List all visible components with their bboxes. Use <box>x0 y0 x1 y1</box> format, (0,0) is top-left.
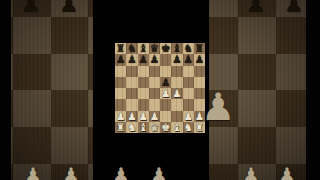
piece-white-bishop[interactable]: ♝ <box>138 122 149 133</box>
square-d1[interactable]: ♛ <box>149 122 160 133</box>
black-pawn-icon: ♟ <box>247 0 266 16</box>
piece-white-king[interactable]: ♚ <box>160 122 171 133</box>
piece-white-pawn[interactable]: ♟ <box>160 88 171 99</box>
square-a8[interactable]: ♜ <box>115 43 126 54</box>
square-a4[interactable] <box>115 88 126 99</box>
piece-white-pawn[interactable]: ♟ <box>126 111 137 122</box>
white-pawn-icon: ♟ <box>112 165 130 180</box>
square-b2[interactable]: ♟ <box>126 111 137 122</box>
square-c1[interactable]: ♝ <box>138 122 149 133</box>
square-c5[interactable] <box>138 77 149 88</box>
square-b1[interactable]: ♞ <box>126 122 137 133</box>
square-a2[interactable]: ♟ <box>115 111 126 122</box>
square-c7[interactable]: ♟ <box>138 54 149 65</box>
square-g4[interactable] <box>183 88 194 99</box>
square-e7[interactable] <box>160 54 171 65</box>
square-a3[interactable] <box>115 99 126 110</box>
piece-black-rook[interactable]: ♜ <box>194 43 205 54</box>
square-a7[interactable]: ♟ <box>115 54 126 65</box>
square-f1[interactable]: ♝ <box>171 122 182 133</box>
square-c3[interactable] <box>138 99 149 110</box>
piece-black-pawn[interactable]: ♟ <box>194 54 205 65</box>
piece-black-pawn[interactable]: ♟ <box>183 54 194 65</box>
white-pawn-icon: ♟ <box>201 88 235 126</box>
square-c4[interactable] <box>138 88 149 99</box>
square-d5[interactable] <box>149 77 160 88</box>
video-frame: ♜♞♝♛♚♝♞♜♟♟♟♟♟♟♟♟♟♟♟♟♟♟♟♟♜♞♝♛♚♝♞♜ ♟♟♟♟♟♟♟… <box>0 0 320 180</box>
piece-white-pawn[interactable]: ♟ <box>171 88 182 99</box>
piece-white-bishop[interactable]: ♝ <box>171 122 182 133</box>
piece-black-knight[interactable]: ♞ <box>126 43 137 54</box>
white-pawn-icon: ♟ <box>24 165 42 180</box>
piece-white-pawn[interactable]: ♟ <box>138 111 149 122</box>
piece-white-knight[interactable]: ♞ <box>183 122 194 133</box>
square-b6[interactable] <box>126 66 137 77</box>
square-a1[interactable]: ♜ <box>115 122 126 133</box>
square-b5[interactable] <box>126 77 137 88</box>
square-f5[interactable] <box>171 77 182 88</box>
square-h6[interactable] <box>194 66 205 77</box>
square-g5[interactable] <box>183 77 194 88</box>
black-pawn-icon: ♟ <box>285 0 304 16</box>
white-pawn-icon: ♟ <box>150 165 168 180</box>
square-c2[interactable]: ♟ <box>138 111 149 122</box>
piece-black-pawn[interactable]: ♟ <box>149 54 160 65</box>
square-f6[interactable] <box>171 66 182 77</box>
piece-black-pawn[interactable]: ♟ <box>138 54 149 65</box>
square-h7[interactable]: ♟ <box>194 54 205 65</box>
square-d7[interactable]: ♟ <box>149 54 160 65</box>
square-b4[interactable] <box>126 88 137 99</box>
square-a6[interactable] <box>115 66 126 77</box>
square-g7[interactable]: ♟ <box>183 54 194 65</box>
piece-white-pawn[interactable]: ♟ <box>183 111 194 122</box>
right-letterbox-bar <box>306 0 320 180</box>
square-d6[interactable] <box>149 66 160 77</box>
piece-black-bishop[interactable]: ♝ <box>171 43 182 54</box>
piece-black-king[interactable]: ♚ <box>160 43 171 54</box>
square-e2[interactable] <box>160 111 171 122</box>
piece-black-bishop[interactable]: ♝ <box>138 43 149 54</box>
square-e3[interactable] <box>160 99 171 110</box>
square-e6[interactable] <box>160 66 171 77</box>
square-b8[interactable]: ♞ <box>126 43 137 54</box>
piece-black-rook[interactable]: ♜ <box>115 43 126 54</box>
piece-black-pawn[interactable]: ♟ <box>160 77 171 88</box>
square-d3[interactable] <box>149 99 160 110</box>
square-e4[interactable]: ♟ <box>160 88 171 99</box>
white-pawn-icon: ♟ <box>242 165 260 180</box>
piece-black-pawn[interactable]: ♟ <box>115 54 126 65</box>
piece-white-queen[interactable]: ♛ <box>149 122 160 133</box>
piece-black-pawn[interactable]: ♟ <box>126 54 137 65</box>
square-e8[interactable]: ♚ <box>160 43 171 54</box>
square-f4[interactable]: ♟ <box>171 88 182 99</box>
square-d2[interactable]: ♟ <box>149 111 160 122</box>
square-f8[interactable]: ♝ <box>171 43 182 54</box>
square-c8[interactable]: ♝ <box>138 43 149 54</box>
chess-board[interactable]: ♜♞♝♛♚♝♞♜♟♟♟♟♟♟♟♟♟♟♟♟♟♟♟♟♜♞♝♛♚♝♞♜ <box>115 43 205 133</box>
white-pawn-icon: ♟ <box>62 165 80 180</box>
left-letterbox-bar <box>0 0 11 180</box>
square-e1[interactable]: ♚ <box>160 122 171 133</box>
black-pawn-icon: ♟ <box>22 0 41 16</box>
square-g1[interactable]: ♞ <box>183 122 194 133</box>
piece-white-rook[interactable]: ♜ <box>115 122 126 133</box>
square-a5[interactable] <box>115 77 126 88</box>
square-f7[interactable]: ♟ <box>171 54 182 65</box>
square-d4[interactable] <box>149 88 160 99</box>
piece-black-knight[interactable]: ♞ <box>183 43 194 54</box>
piece-black-pawn[interactable]: ♟ <box>171 54 182 65</box>
square-e5[interactable]: ♟ <box>160 77 171 88</box>
white-pawn-icon: ♟ <box>278 165 296 180</box>
square-f3[interactable] <box>171 99 182 110</box>
square-h8[interactable]: ♜ <box>194 43 205 54</box>
square-d8[interactable]: ♛ <box>149 43 160 54</box>
square-g8[interactable]: ♞ <box>183 43 194 54</box>
square-g6[interactable] <box>183 66 194 77</box>
piece-black-queen[interactable]: ♛ <box>149 43 160 54</box>
square-b3[interactable] <box>126 99 137 110</box>
square-f2[interactable] <box>171 111 182 122</box>
piece-white-pawn[interactable]: ♟ <box>149 111 160 122</box>
square-b7[interactable]: ♟ <box>126 54 137 65</box>
square-g2[interactable]: ♟ <box>183 111 194 122</box>
piece-white-pawn[interactable]: ♟ <box>115 111 126 122</box>
square-g3[interactable] <box>183 99 194 110</box>
black-pawn-icon: ♟ <box>60 0 79 16</box>
piece-white-knight[interactable]: ♞ <box>126 122 137 133</box>
square-c6[interactable] <box>138 66 149 77</box>
